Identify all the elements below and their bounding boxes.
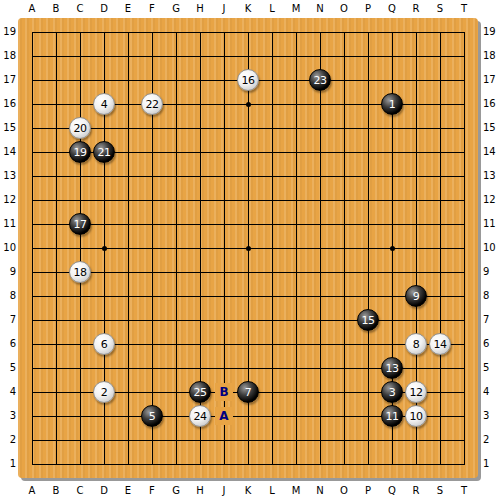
coord-label-left-12: 12 bbox=[1, 194, 16, 206]
coord-label-right-5: 5 bbox=[483, 362, 498, 374]
coord-label-right-19: 19 bbox=[483, 26, 498, 38]
coord-label-top-d: D bbox=[95, 2, 113, 15]
stone-white-f16-move-22: 22 bbox=[141, 93, 163, 115]
coord-label-left-7: 7 bbox=[1, 314, 16, 326]
coord-label-bottom-k: K bbox=[239, 484, 257, 497]
coord-label-left-11: 11 bbox=[1, 218, 16, 230]
coord-label-bottom-m: M bbox=[287, 484, 305, 497]
coord-label-top-p: P bbox=[359, 2, 377, 15]
coord-label-right-10: 10 bbox=[483, 242, 498, 254]
coord-label-top-r: R bbox=[407, 2, 425, 15]
coord-label-right-1: 1 bbox=[483, 458, 498, 470]
stone-black-q4-move-3: 3 bbox=[381, 381, 403, 403]
coord-label-top-o: O bbox=[335, 2, 353, 15]
coord-label-right-15: 15 bbox=[483, 122, 498, 134]
stone-white-s6-move-14: 14 bbox=[429, 333, 451, 355]
coord-label-left-2: 2 bbox=[1, 434, 16, 446]
coord-label-bottom-o: O bbox=[335, 484, 353, 497]
coord-label-top-e: E bbox=[119, 2, 137, 15]
stone-white-d4-move-2: 2 bbox=[93, 381, 115, 403]
coord-label-top-f: F bbox=[143, 2, 161, 15]
coord-label-top-m: M bbox=[287, 2, 305, 15]
coord-label-right-7: 7 bbox=[483, 314, 498, 326]
go-board-diagram: AB12345678910111213141516171819202122232… bbox=[0, 0, 500, 500]
coord-label-top-l: L bbox=[263, 2, 281, 15]
coord-label-bottom-b: B bbox=[47, 484, 65, 497]
coord-label-left-4: 4 bbox=[1, 386, 16, 398]
stone-black-n17-move-23: 23 bbox=[309, 69, 331, 91]
coord-label-bottom-f: F bbox=[143, 484, 161, 497]
stone-black-f3-move-5: 5 bbox=[141, 405, 163, 427]
coord-label-left-8: 8 bbox=[1, 290, 16, 302]
coord-label-left-17: 17 bbox=[1, 74, 16, 86]
coord-label-top-h: H bbox=[191, 2, 209, 15]
coord-label-bottom-q: Q bbox=[383, 484, 401, 497]
coord-label-top-k: K bbox=[239, 2, 257, 15]
stone-black-c11-move-17: 17 bbox=[69, 213, 91, 235]
coord-label-top-g: G bbox=[167, 2, 185, 15]
star-point-d10 bbox=[102, 246, 107, 251]
coord-label-bottom-s: S bbox=[431, 484, 449, 497]
coord-label-top-b: B bbox=[47, 2, 65, 15]
coord-label-right-4: 4 bbox=[483, 386, 498, 398]
coord-label-bottom-t: T bbox=[455, 484, 473, 497]
stone-black-q16-move-1: 1 bbox=[381, 93, 403, 115]
coord-label-right-14: 14 bbox=[483, 146, 498, 158]
coord-label-right-16: 16 bbox=[483, 98, 498, 110]
coord-label-bottom-e: E bbox=[119, 484, 137, 497]
coord-label-left-9: 9 bbox=[1, 266, 16, 278]
coord-label-top-q: Q bbox=[383, 2, 401, 15]
stone-white-d16-move-4: 4 bbox=[93, 93, 115, 115]
coord-label-left-3: 3 bbox=[1, 410, 16, 422]
star-point-k16 bbox=[246, 102, 251, 107]
coord-label-top-j: J bbox=[215, 2, 233, 15]
stone-white-c15-move-20: 20 bbox=[69, 117, 91, 139]
stone-white-r4-move-12: 12 bbox=[405, 381, 427, 403]
stone-black-q5-move-13: 13 bbox=[381, 357, 403, 379]
coord-label-left-19: 19 bbox=[1, 26, 16, 38]
coord-label-right-17: 17 bbox=[483, 74, 498, 86]
board-grid: AB12345678910111213141516171819202122232… bbox=[32, 32, 465, 465]
stone-black-d14-move-21: 21 bbox=[93, 141, 115, 163]
coord-label-bottom-p: P bbox=[359, 484, 377, 497]
stone-black-p7-move-15: 15 bbox=[357, 309, 379, 331]
coord-label-top-n: N bbox=[311, 2, 329, 15]
coord-label-top-c: C bbox=[71, 2, 89, 15]
coord-label-bottom-n: N bbox=[311, 484, 329, 497]
coord-label-top-t: T bbox=[455, 2, 473, 15]
coord-label-right-9: 9 bbox=[483, 266, 498, 278]
coord-label-right-11: 11 bbox=[483, 218, 498, 230]
stone-black-c14-move-19: 19 bbox=[69, 141, 91, 163]
coord-label-left-6: 6 bbox=[1, 338, 16, 350]
coord-label-left-18: 18 bbox=[1, 50, 16, 62]
stone-white-h3-move-24: 24 bbox=[189, 405, 211, 427]
coord-label-bottom-g: G bbox=[167, 484, 185, 497]
coord-label-right-3: 3 bbox=[483, 410, 498, 422]
stone-white-d6-move-6: 6 bbox=[93, 333, 115, 355]
coord-label-left-10: 10 bbox=[1, 242, 16, 254]
coord-label-bottom-j: J bbox=[215, 484, 233, 497]
star-point-q10 bbox=[390, 246, 395, 251]
star-point-k10 bbox=[246, 246, 251, 251]
coord-label-right-2: 2 bbox=[483, 434, 498, 446]
stone-white-k17-move-16: 16 bbox=[237, 69, 259, 91]
stone-black-r8-move-9: 9 bbox=[405, 285, 427, 307]
coord-label-bottom-d: D bbox=[95, 484, 113, 497]
annotation-b-j4: B bbox=[215, 383, 233, 401]
coord-label-top-s: S bbox=[431, 2, 449, 15]
coord-label-left-5: 5 bbox=[1, 362, 16, 374]
stone-white-c9-move-18: 18 bbox=[69, 261, 91, 283]
coord-label-bottom-l: L bbox=[263, 484, 281, 497]
coord-label-right-18: 18 bbox=[483, 50, 498, 62]
coord-label-left-15: 15 bbox=[1, 122, 16, 134]
stone-white-r3-move-10: 10 bbox=[405, 405, 427, 427]
coord-label-left-13: 13 bbox=[1, 170, 16, 182]
annotation-a-j3: A bbox=[215, 407, 233, 425]
stone-black-q3-move-11: 11 bbox=[381, 405, 403, 427]
coord-label-top-a: A bbox=[23, 2, 41, 15]
coord-label-bottom-c: C bbox=[71, 484, 89, 497]
stone-white-r6-move-8: 8 bbox=[405, 333, 427, 355]
coord-label-right-13: 13 bbox=[483, 170, 498, 182]
coord-label-right-6: 6 bbox=[483, 338, 498, 350]
stone-black-k4-move-7: 7 bbox=[237, 381, 259, 403]
coord-label-right-8: 8 bbox=[483, 290, 498, 302]
stone-black-h4-move-25: 25 bbox=[189, 381, 211, 403]
coord-label-bottom-a: A bbox=[23, 484, 41, 497]
coord-label-right-12: 12 bbox=[483, 194, 498, 206]
coord-label-left-14: 14 bbox=[1, 146, 16, 158]
coord-label-left-1: 1 bbox=[1, 458, 16, 470]
coord-label-left-16: 16 bbox=[1, 98, 16, 110]
coord-label-bottom-h: H bbox=[191, 484, 209, 497]
go-board: AB12345678910111213141516171819202122232… bbox=[18, 18, 478, 478]
coord-label-bottom-r: R bbox=[407, 484, 425, 497]
